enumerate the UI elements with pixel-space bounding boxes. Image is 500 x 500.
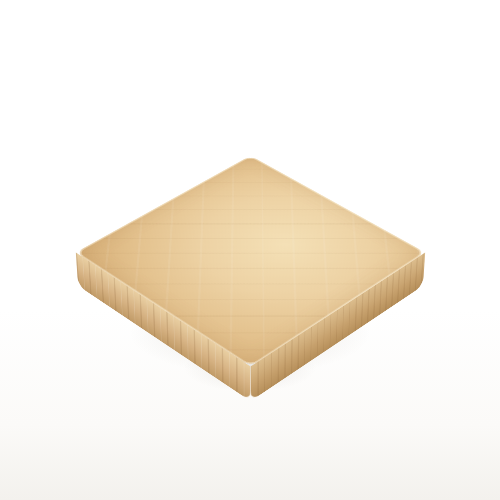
scene: [0, 0, 500, 500]
ludo-board: [75, 156, 424, 367]
board-top-face: [75, 156, 424, 367]
product-photo-stage: [0, 0, 500, 500]
